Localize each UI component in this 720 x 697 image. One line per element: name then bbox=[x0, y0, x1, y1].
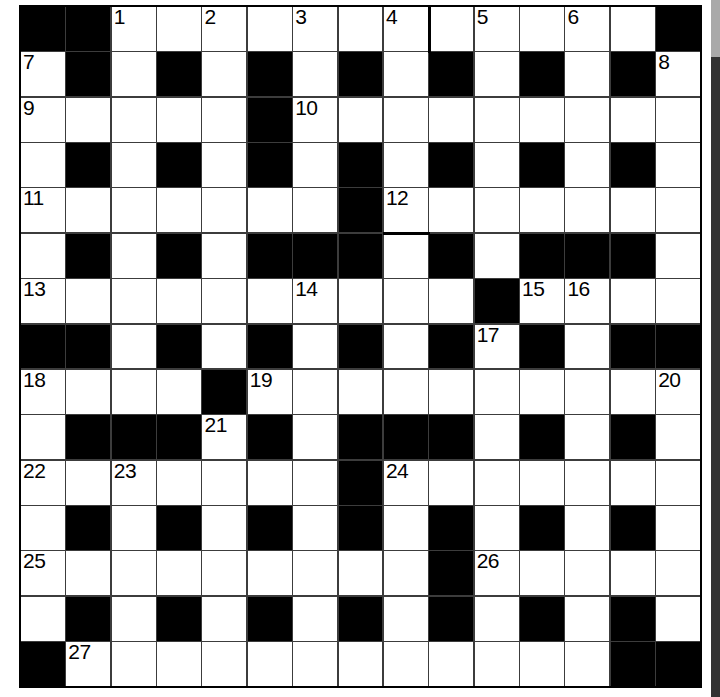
white-cell[interactable]: 17 bbox=[475, 325, 519, 369]
white-cell[interactable]: 11 bbox=[21, 188, 65, 232]
white-cell[interactable]: 20 bbox=[656, 370, 700, 414]
black-cell bbox=[565, 234, 609, 278]
black-cell bbox=[157, 415, 201, 459]
white-cell[interactable] bbox=[429, 98, 473, 142]
white-cell[interactable] bbox=[248, 188, 292, 232]
white-cell[interactable] bbox=[565, 551, 609, 595]
white-cell[interactable]: 6 bbox=[565, 7, 609, 51]
white-cell[interactable] bbox=[157, 98, 201, 142]
vertical-scrollbar[interactable] bbox=[711, 0, 720, 697]
black-cell bbox=[157, 325, 201, 369]
white-cell[interactable] bbox=[112, 325, 156, 369]
clue-number: 15 bbox=[522, 278, 544, 300]
black-cell bbox=[611, 325, 655, 369]
black-cell bbox=[611, 506, 655, 550]
white-cell[interactable] bbox=[112, 597, 156, 641]
white-cell[interactable] bbox=[565, 415, 609, 459]
black-cell bbox=[520, 143, 564, 187]
white-cell[interactable] bbox=[475, 52, 519, 96]
black-cell bbox=[21, 642, 65, 686]
black-cell bbox=[429, 52, 473, 96]
black-cell bbox=[248, 506, 292, 550]
white-cell[interactable] bbox=[339, 370, 383, 414]
white-cell[interactable] bbox=[293, 52, 337, 96]
white-cell[interactable] bbox=[520, 461, 564, 505]
black-cell bbox=[429, 143, 473, 187]
white-cell[interactable] bbox=[611, 98, 655, 142]
white-cell[interactable]: 19 bbox=[248, 370, 292, 414]
black-cell bbox=[157, 52, 201, 96]
white-cell[interactable] bbox=[565, 461, 609, 505]
white-cell[interactable]: 4 bbox=[384, 7, 428, 51]
white-cell[interactable] bbox=[656, 98, 700, 142]
bold-bar bbox=[383, 232, 430, 236]
white-cell[interactable]: 5 bbox=[475, 7, 519, 51]
bold-bar bbox=[428, 6, 432, 53]
white-cell[interactable] bbox=[157, 7, 201, 51]
white-cell[interactable] bbox=[565, 370, 609, 414]
white-cell[interactable] bbox=[112, 188, 156, 232]
black-cell bbox=[21, 7, 65, 51]
white-cell[interactable] bbox=[475, 415, 519, 459]
black-cell bbox=[339, 188, 383, 232]
white-cell[interactable]: 2 bbox=[202, 7, 246, 51]
black-cell bbox=[157, 143, 201, 187]
white-cell[interactable] bbox=[293, 188, 337, 232]
white-cell[interactable] bbox=[202, 325, 246, 369]
white-cell[interactable]: 8 bbox=[656, 52, 700, 96]
black-cell bbox=[429, 597, 473, 641]
white-cell[interactable] bbox=[293, 325, 337, 369]
black-cell bbox=[339, 143, 383, 187]
white-cell[interactable] bbox=[656, 143, 700, 187]
white-cell[interactable] bbox=[384, 370, 428, 414]
white-cell[interactable] bbox=[248, 7, 292, 51]
white-cell[interactable] bbox=[520, 188, 564, 232]
black-cell bbox=[248, 98, 292, 142]
white-cell[interactable] bbox=[565, 98, 609, 142]
clue-number: 18 bbox=[23, 369, 45, 391]
white-cell[interactable] bbox=[202, 461, 246, 505]
black-cell bbox=[339, 52, 383, 96]
black-cell bbox=[66, 506, 110, 550]
white-cell[interactable] bbox=[429, 461, 473, 505]
white-cell[interactable]: 21 bbox=[202, 415, 246, 459]
clue-number: 12 bbox=[386, 187, 408, 209]
white-cell[interactable] bbox=[339, 7, 383, 51]
black-cell bbox=[339, 325, 383, 369]
clue-number: 25 bbox=[23, 550, 45, 572]
black-cell bbox=[429, 325, 473, 369]
white-cell[interactable] bbox=[384, 143, 428, 187]
white-cell[interactable] bbox=[21, 506, 65, 550]
clue-number: 16 bbox=[567, 278, 589, 300]
white-cell[interactable] bbox=[475, 506, 519, 550]
black-cell bbox=[384, 415, 428, 459]
crossword-page: 1234567891011121314151617181920212223242… bbox=[0, 0, 720, 697]
white-cell[interactable] bbox=[384, 325, 428, 369]
white-cell[interactable] bbox=[248, 279, 292, 323]
white-cell[interactable] bbox=[112, 506, 156, 550]
white-cell[interactable] bbox=[202, 597, 246, 641]
black-cell bbox=[429, 415, 473, 459]
white-cell[interactable] bbox=[384, 551, 428, 595]
white-cell[interactable] bbox=[112, 234, 156, 278]
white-cell[interactable]: 13 bbox=[21, 279, 65, 323]
clue-number: 13 bbox=[23, 278, 45, 300]
white-cell[interactable] bbox=[293, 370, 337, 414]
white-cell[interactable] bbox=[293, 506, 337, 550]
white-cell[interactable]: 23 bbox=[112, 461, 156, 505]
black-cell bbox=[21, 325, 65, 369]
white-cell[interactable] bbox=[112, 52, 156, 96]
black-cell bbox=[339, 597, 383, 641]
white-cell[interactable] bbox=[384, 279, 428, 323]
white-cell[interactable]: 27 bbox=[66, 642, 110, 686]
white-cell[interactable] bbox=[112, 98, 156, 142]
white-cell[interactable] bbox=[429, 370, 473, 414]
white-cell[interactable] bbox=[248, 461, 292, 505]
white-cell[interactable] bbox=[656, 597, 700, 641]
black-cell bbox=[66, 7, 110, 51]
white-cell[interactable] bbox=[293, 415, 337, 459]
black-cell bbox=[520, 415, 564, 459]
black-cell bbox=[475, 279, 519, 323]
black-cell bbox=[248, 325, 292, 369]
black-cell bbox=[66, 234, 110, 278]
white-cell[interactable] bbox=[248, 551, 292, 595]
white-cell[interactable] bbox=[475, 461, 519, 505]
black-cell bbox=[157, 597, 201, 641]
white-cell[interactable] bbox=[611, 551, 655, 595]
white-cell[interactable]: 12 bbox=[384, 188, 428, 232]
scrollbar-thumb[interactable] bbox=[711, 0, 720, 57]
white-cell[interactable] bbox=[384, 597, 428, 641]
white-cell[interactable] bbox=[429, 279, 473, 323]
white-cell[interactable] bbox=[202, 188, 246, 232]
black-cell bbox=[520, 234, 564, 278]
white-cell[interactable] bbox=[656, 415, 700, 459]
clue-number: 4 bbox=[386, 6, 397, 28]
white-cell[interactable] bbox=[112, 143, 156, 187]
white-cell[interactable]: 24 bbox=[384, 461, 428, 505]
clue-number: 10 bbox=[295, 97, 317, 119]
white-cell[interactable] bbox=[339, 642, 383, 686]
white-cell[interactable] bbox=[520, 370, 564, 414]
clue-number: 21 bbox=[204, 414, 226, 436]
black-cell bbox=[248, 143, 292, 187]
white-cell[interactable]: 26 bbox=[475, 551, 519, 595]
white-cell[interactable] bbox=[656, 234, 700, 278]
white-cell[interactable] bbox=[475, 597, 519, 641]
clue-number: 24 bbox=[386, 460, 408, 482]
black-cell bbox=[656, 325, 700, 369]
black-cell bbox=[66, 325, 110, 369]
white-cell[interactable] bbox=[21, 143, 65, 187]
white-cell[interactable] bbox=[112, 279, 156, 323]
clue-number: 26 bbox=[477, 550, 499, 572]
white-cell[interactable] bbox=[202, 98, 246, 142]
white-cell[interactable] bbox=[611, 370, 655, 414]
white-cell[interactable] bbox=[429, 7, 473, 51]
white-cell[interactable] bbox=[565, 642, 609, 686]
white-cell[interactable] bbox=[293, 143, 337, 187]
white-cell[interactable] bbox=[66, 370, 110, 414]
white-cell[interactable] bbox=[475, 188, 519, 232]
black-cell bbox=[611, 234, 655, 278]
black-cell bbox=[429, 551, 473, 595]
clue-number: 7 bbox=[23, 51, 34, 73]
scrollbar-track[interactable] bbox=[711, 0, 720, 697]
white-cell[interactable] bbox=[202, 234, 246, 278]
white-cell[interactable]: 7 bbox=[21, 52, 65, 96]
black-cell bbox=[248, 234, 292, 278]
black-cell bbox=[339, 415, 383, 459]
white-cell[interactable]: 3 bbox=[293, 7, 337, 51]
white-cell[interactable] bbox=[157, 551, 201, 595]
white-cell[interactable] bbox=[611, 7, 655, 51]
black-cell bbox=[611, 597, 655, 641]
white-cell[interactable] bbox=[66, 188, 110, 232]
white-cell[interactable] bbox=[21, 234, 65, 278]
clue-number: 11 bbox=[23, 187, 44, 209]
white-cell[interactable] bbox=[157, 279, 201, 323]
white-cell[interactable] bbox=[157, 461, 201, 505]
white-cell[interactable] bbox=[202, 52, 246, 96]
clue-number: 3 bbox=[295, 6, 306, 28]
black-cell bbox=[293, 234, 337, 278]
white-cell[interactable]: 22 bbox=[21, 461, 65, 505]
black-cell bbox=[611, 52, 655, 96]
black-cell bbox=[611, 143, 655, 187]
black-cell bbox=[520, 52, 564, 96]
white-cell[interactable] bbox=[429, 188, 473, 232]
white-cell[interactable] bbox=[611, 461, 655, 505]
white-cell[interactable] bbox=[339, 98, 383, 142]
clue-number: 27 bbox=[68, 641, 90, 663]
black-cell bbox=[520, 597, 564, 641]
white-cell[interactable] bbox=[565, 506, 609, 550]
clue-number: 20 bbox=[658, 369, 680, 391]
black-cell bbox=[520, 325, 564, 369]
clue-number: 5 bbox=[477, 6, 488, 28]
white-cell[interactable]: 18 bbox=[21, 370, 65, 414]
clue-number: 1 bbox=[114, 6, 125, 28]
white-cell[interactable] bbox=[565, 597, 609, 641]
white-cell[interactable] bbox=[475, 370, 519, 414]
black-cell bbox=[339, 506, 383, 550]
black-cell bbox=[429, 234, 473, 278]
black-cell bbox=[339, 461, 383, 505]
black-cell bbox=[66, 143, 110, 187]
clue-number: 22 bbox=[23, 460, 45, 482]
white-cell[interactable] bbox=[339, 279, 383, 323]
white-cell[interactable] bbox=[384, 234, 428, 278]
white-cell[interactable] bbox=[66, 551, 110, 595]
black-cell bbox=[656, 642, 700, 686]
clue-number: 23 bbox=[114, 460, 136, 482]
white-cell[interactable] bbox=[656, 551, 700, 595]
white-cell[interactable] bbox=[293, 597, 337, 641]
white-cell[interactable] bbox=[384, 98, 428, 142]
white-cell[interactable] bbox=[202, 642, 246, 686]
white-cell[interactable] bbox=[611, 188, 655, 232]
clue-number: 14 bbox=[295, 278, 317, 300]
white-cell[interactable]: 10 bbox=[293, 98, 337, 142]
white-cell[interactable] bbox=[157, 188, 201, 232]
black-cell bbox=[248, 415, 292, 459]
clue-number: 9 bbox=[23, 97, 34, 119]
white-cell[interactable] bbox=[339, 551, 383, 595]
white-cell[interactable]: 9 bbox=[21, 98, 65, 142]
white-cell[interactable] bbox=[66, 279, 110, 323]
black-cell bbox=[248, 52, 292, 96]
black-cell bbox=[66, 52, 110, 96]
crossword-board: 1234567891011121314151617181920212223242… bbox=[19, 5, 702, 688]
black-cell bbox=[339, 234, 383, 278]
white-cell[interactable] bbox=[112, 551, 156, 595]
white-cell[interactable] bbox=[293, 551, 337, 595]
black-cell bbox=[248, 597, 292, 641]
white-cell[interactable] bbox=[656, 461, 700, 505]
clue-number: 17 bbox=[477, 324, 499, 346]
black-cell bbox=[157, 234, 201, 278]
white-cell[interactable] bbox=[202, 143, 246, 187]
white-cell[interactable] bbox=[293, 461, 337, 505]
black-cell bbox=[66, 597, 110, 641]
white-cell[interactable] bbox=[248, 642, 292, 686]
clue-number: 6 bbox=[567, 6, 578, 28]
white-cell[interactable] bbox=[565, 52, 609, 96]
black-cell bbox=[520, 506, 564, 550]
white-cell[interactable] bbox=[565, 188, 609, 232]
black-cell bbox=[429, 506, 473, 550]
white-cell[interactable] bbox=[202, 551, 246, 595]
white-cell[interactable] bbox=[565, 143, 609, 187]
black-cell bbox=[112, 415, 156, 459]
white-cell[interactable] bbox=[520, 98, 564, 142]
white-cell[interactable]: 15 bbox=[520, 279, 564, 323]
white-cell[interactable] bbox=[21, 415, 65, 459]
white-cell[interactable] bbox=[157, 370, 201, 414]
white-cell[interactable]: 14 bbox=[293, 279, 337, 323]
white-cell[interactable] bbox=[611, 279, 655, 323]
white-cell[interactable] bbox=[384, 52, 428, 96]
white-cell[interactable] bbox=[21, 597, 65, 641]
white-cell[interactable] bbox=[475, 98, 519, 142]
white-cell[interactable] bbox=[475, 143, 519, 187]
black-cell bbox=[611, 415, 655, 459]
white-cell[interactable] bbox=[656, 188, 700, 232]
white-cell[interactable] bbox=[520, 7, 564, 51]
white-cell[interactable] bbox=[656, 279, 700, 323]
white-cell[interactable] bbox=[429, 642, 473, 686]
white-cell[interactable] bbox=[112, 642, 156, 686]
white-cell[interactable] bbox=[565, 325, 609, 369]
white-cell[interactable] bbox=[656, 506, 700, 550]
white-cell[interactable] bbox=[66, 461, 110, 505]
white-cell[interactable]: 1 bbox=[112, 7, 156, 51]
white-cell[interactable] bbox=[520, 551, 564, 595]
black-cell bbox=[611, 642, 655, 686]
black-cell bbox=[656, 7, 700, 51]
clue-number: 19 bbox=[250, 369, 272, 391]
clue-number: 2 bbox=[204, 6, 215, 28]
black-cell bbox=[202, 370, 246, 414]
white-cell[interactable] bbox=[112, 370, 156, 414]
white-cell[interactable] bbox=[202, 506, 246, 550]
white-cell[interactable] bbox=[475, 642, 519, 686]
white-cell[interactable] bbox=[66, 98, 110, 142]
black-cell bbox=[157, 506, 201, 550]
white-cell[interactable]: 25 bbox=[21, 551, 65, 595]
white-cell[interactable] bbox=[384, 642, 428, 686]
white-cell[interactable] bbox=[202, 279, 246, 323]
black-cell bbox=[66, 415, 110, 459]
white-cell[interactable] bbox=[475, 234, 519, 278]
white-cell[interactable]: 16 bbox=[565, 279, 609, 323]
white-cell[interactable] bbox=[157, 642, 201, 686]
white-cell[interactable] bbox=[293, 642, 337, 686]
clue-number: 8 bbox=[658, 51, 669, 73]
white-cell[interactable] bbox=[520, 642, 564, 686]
white-cell[interactable] bbox=[384, 506, 428, 550]
